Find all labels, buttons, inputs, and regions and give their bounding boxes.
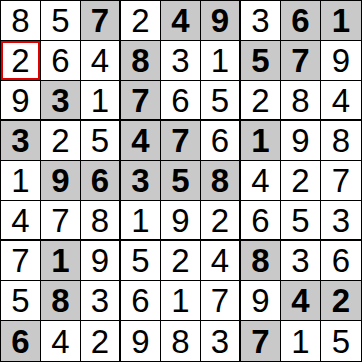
cell-r1c8[interactable]: 6 bbox=[281, 1, 321, 41]
cell-r8c9[interactable]: 2 bbox=[321, 281, 361, 321]
cell-r7c2[interactable]: 1 bbox=[41, 241, 81, 281]
cell-r7c7[interactable]: 8 bbox=[241, 241, 281, 281]
cell-r3c6[interactable]: 5 bbox=[201, 81, 241, 121]
cell-r3c2[interactable]: 3 bbox=[41, 81, 81, 121]
cell-r4c4[interactable]: 4 bbox=[121, 121, 161, 161]
cell-r4c9[interactable]: 8 bbox=[321, 121, 361, 161]
cell-r4c8[interactable]: 9 bbox=[281, 121, 321, 161]
cell-r6c4[interactable]: 1 bbox=[121, 201, 161, 241]
cell-r9c2[interactable]: 4 bbox=[41, 321, 81, 361]
cell-r1c5[interactable]: 4 bbox=[161, 1, 201, 41]
cell-r1c7[interactable]: 3 bbox=[241, 1, 281, 41]
cell-r3c9[interactable]: 4 bbox=[321, 81, 361, 121]
cell-r7c4[interactable]: 5 bbox=[121, 241, 161, 281]
cell-r9c5[interactable]: 8 bbox=[161, 321, 201, 361]
cell-r3c5[interactable]: 6 bbox=[161, 81, 201, 121]
cell-r5c1[interactable]: 1 bbox=[1, 161, 41, 201]
cell-r5c6[interactable]: 8 bbox=[201, 161, 241, 201]
cell-r6c6[interactable]: 2 bbox=[201, 201, 241, 241]
cell-r8c7[interactable]: 9 bbox=[241, 281, 281, 321]
cell-r6c7[interactable]: 6 bbox=[241, 201, 281, 241]
cell-r3c3[interactable]: 1 bbox=[81, 81, 121, 121]
cell-r4c6[interactable]: 6 bbox=[201, 121, 241, 161]
cell-r2c4[interactable]: 8 bbox=[121, 41, 161, 81]
cell-r1c6[interactable]: 9 bbox=[201, 1, 241, 41]
cell-r1c9[interactable]: 1 bbox=[321, 1, 361, 41]
cell-r5c3[interactable]: 6 bbox=[81, 161, 121, 201]
cell-r8c1[interactable]: 5 bbox=[1, 281, 41, 321]
cell-r6c2[interactable]: 7 bbox=[41, 201, 81, 241]
cell-r6c3[interactable]: 8 bbox=[81, 201, 121, 241]
cell-r9c8[interactable]: 1 bbox=[281, 321, 321, 361]
cell-r9c9[interactable]: 5 bbox=[321, 321, 361, 361]
cell-r2c5[interactable]: 3 bbox=[161, 41, 201, 81]
cell-r2c9[interactable]: 9 bbox=[321, 41, 361, 81]
cell-r5c7[interactable]: 4 bbox=[241, 161, 281, 201]
cell-r6c5[interactable]: 9 bbox=[161, 201, 201, 241]
cell-r2c3[interactable]: 4 bbox=[81, 41, 121, 81]
cell-r2c6[interactable]: 1 bbox=[201, 41, 241, 81]
cell-r9c3[interactable]: 2 bbox=[81, 321, 121, 361]
cell-r7c9[interactable]: 6 bbox=[321, 241, 361, 281]
cell-r1c3[interactable]: 7 bbox=[81, 1, 121, 41]
cell-r5c9[interactable]: 7 bbox=[321, 161, 361, 201]
cell-r7c6[interactable]: 4 bbox=[201, 241, 241, 281]
cell-r2c1[interactable]: 2 bbox=[1, 41, 41, 81]
cell-r2c2[interactable]: 6 bbox=[41, 41, 81, 81]
cell-r4c2[interactable]: 2 bbox=[41, 121, 81, 161]
cell-r4c3[interactable]: 5 bbox=[81, 121, 121, 161]
cell-r9c1[interactable]: 6 bbox=[1, 321, 41, 361]
cell-r4c1[interactable]: 3 bbox=[1, 121, 41, 161]
cell-r9c6[interactable]: 3 bbox=[201, 321, 241, 361]
sudoku-board: 8572493612648315799317652843254761981963… bbox=[0, 0, 362, 362]
cell-r1c2[interactable]: 5 bbox=[41, 1, 81, 41]
cell-r6c1[interactable]: 4 bbox=[1, 201, 41, 241]
cell-r3c1[interactable]: 9 bbox=[1, 81, 41, 121]
cell-r8c2[interactable]: 8 bbox=[41, 281, 81, 321]
cell-r4c5[interactable]: 7 bbox=[161, 121, 201, 161]
cell-r8c3[interactable]: 3 bbox=[81, 281, 121, 321]
cell-r5c8[interactable]: 2 bbox=[281, 161, 321, 201]
cell-r4c7[interactable]: 1 bbox=[241, 121, 281, 161]
cell-r7c5[interactable]: 2 bbox=[161, 241, 201, 281]
cell-r1c1[interactable]: 8 bbox=[1, 1, 41, 41]
cell-r7c1[interactable]: 7 bbox=[1, 241, 41, 281]
cell-r7c8[interactable]: 3 bbox=[281, 241, 321, 281]
cell-r7c3[interactable]: 9 bbox=[81, 241, 121, 281]
cell-r8c5[interactable]: 1 bbox=[161, 281, 201, 321]
cell-r8c4[interactable]: 6 bbox=[121, 281, 161, 321]
cell-r2c8[interactable]: 7 bbox=[281, 41, 321, 81]
cell-r1c4[interactable]: 2 bbox=[121, 1, 161, 41]
cell-r5c4[interactable]: 3 bbox=[121, 161, 161, 201]
cell-r5c2[interactable]: 9 bbox=[41, 161, 81, 201]
cell-r3c8[interactable]: 8 bbox=[281, 81, 321, 121]
cell-r5c5[interactable]: 5 bbox=[161, 161, 201, 201]
cell-r9c7[interactable]: 7 bbox=[241, 321, 281, 361]
cell-r6c9[interactable]: 3 bbox=[321, 201, 361, 241]
cell-r8c8[interactable]: 4 bbox=[281, 281, 321, 321]
cell-r9c4[interactable]: 9 bbox=[121, 321, 161, 361]
cell-r3c7[interactable]: 2 bbox=[241, 81, 281, 121]
cell-r6c8[interactable]: 5 bbox=[281, 201, 321, 241]
cell-r2c7[interactable]: 5 bbox=[241, 41, 281, 81]
cell-r8c6[interactable]: 7 bbox=[201, 281, 241, 321]
cell-r3c4[interactable]: 7 bbox=[121, 81, 161, 121]
